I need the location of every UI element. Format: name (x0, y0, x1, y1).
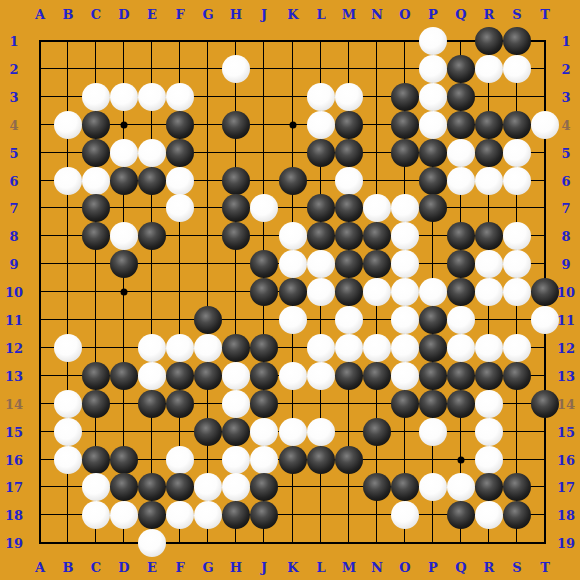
stone-white-G12 (194, 334, 222, 362)
stone-black-C14 (82, 390, 110, 418)
row-label-left-16: 16 (5, 454, 23, 467)
column-label-top-K: K (287, 8, 298, 21)
stone-black-H7 (222, 194, 250, 222)
stone-black-D16 (110, 446, 138, 474)
stone-white-J16 (250, 446, 278, 474)
stone-white-B6 (54, 167, 82, 195)
stone-black-H18 (222, 501, 250, 529)
stone-white-L12 (307, 334, 335, 362)
stone-black-R13 (475, 362, 503, 390)
column-label-bottom-A: A (35, 561, 45, 574)
stone-white-S8 (503, 222, 531, 250)
row-label-right-8: 8 (561, 230, 570, 243)
stone-white-F18 (166, 501, 194, 529)
stone-white-S6 (503, 167, 531, 195)
stone-white-J15 (250, 418, 278, 446)
stone-white-G18 (194, 501, 222, 529)
column-label-bottom-H: H (230, 561, 242, 574)
stone-black-E6 (138, 167, 166, 195)
stone-white-B15 (54, 418, 82, 446)
stone-white-R6 (475, 167, 503, 195)
stone-white-Q17 (447, 473, 475, 501)
stone-black-D13 (110, 362, 138, 390)
column-label-top-S: S (512, 8, 521, 21)
stone-black-P11 (419, 306, 447, 334)
stone-white-C17 (82, 473, 110, 501)
stone-black-C8 (82, 222, 110, 250)
stone-black-Q9 (447, 250, 475, 278)
column-label-top-R: R (484, 8, 495, 21)
stone-black-O4 (391, 111, 419, 139)
row-label-left-11: 11 (5, 314, 23, 327)
stone-black-R8 (475, 222, 503, 250)
row-label-left-1: 1 (9, 35, 18, 48)
stone-white-R2 (475, 55, 503, 83)
column-label-top-O: O (399, 8, 410, 21)
star-point-Q16 (458, 457, 465, 464)
row-label-left-7: 7 (9, 202, 18, 215)
stone-black-N9 (363, 250, 391, 278)
column-label-bottom-Q: Q (455, 561, 466, 574)
stone-black-S1 (503, 27, 531, 55)
stone-white-P15 (419, 418, 447, 446)
stone-black-S18 (503, 501, 531, 529)
row-label-right-10: 10 (557, 286, 575, 299)
stone-white-P17 (419, 473, 447, 501)
row-label-right-16: 16 (557, 454, 575, 467)
stone-black-O17 (391, 473, 419, 501)
stone-white-Q6 (447, 167, 475, 195)
stone-black-Q4 (447, 111, 475, 139)
column-label-top-B: B (63, 8, 74, 21)
stone-black-C7 (82, 194, 110, 222)
stone-black-C13 (82, 362, 110, 390)
stone-black-H8 (222, 222, 250, 250)
column-label-bottom-E: E (147, 561, 157, 574)
stone-white-E5 (138, 139, 166, 167)
row-label-left-10: 10 (5, 286, 23, 299)
stone-white-F6 (166, 167, 194, 195)
stone-white-K11 (279, 306, 307, 334)
column-label-top-F: F (175, 8, 184, 21)
stone-white-B16 (54, 446, 82, 474)
column-label-bottom-O: O (399, 561, 410, 574)
row-label-right-14: 14 (557, 398, 575, 411)
row-label-right-1: 1 (561, 35, 570, 48)
column-label-bottom-J: J (261, 561, 267, 574)
stone-black-H15 (222, 418, 250, 446)
stone-black-H6 (222, 167, 250, 195)
stone-black-J10 (250, 278, 278, 306)
stone-black-F4 (166, 111, 194, 139)
column-label-top-J: J (261, 8, 267, 21)
stone-white-P4 (419, 111, 447, 139)
star-point-D10 (121, 289, 128, 296)
stone-black-Q3 (447, 83, 475, 111)
column-label-top-D: D (118, 8, 129, 21)
column-label-bottom-F: F (175, 561, 184, 574)
stone-white-S2 (503, 55, 531, 83)
stone-black-J12 (250, 334, 278, 362)
stone-black-G15 (194, 418, 222, 446)
stone-black-C16 (82, 446, 110, 474)
stone-black-M9 (335, 250, 363, 278)
row-label-left-12: 12 (5, 342, 23, 355)
stone-black-S17 (503, 473, 531, 501)
stone-white-T4 (531, 111, 559, 139)
stone-white-M6 (335, 167, 363, 195)
stone-black-E18 (138, 501, 166, 529)
stone-black-G13 (194, 362, 222, 390)
board-vertical-line (207, 40, 208, 544)
stone-black-T10 (531, 278, 559, 306)
row-label-right-11: 11 (557, 314, 575, 327)
stone-black-P5 (419, 139, 447, 167)
stone-black-N8 (363, 222, 391, 250)
stone-black-D6 (110, 167, 138, 195)
stone-black-R4 (475, 111, 503, 139)
stone-white-H13 (222, 362, 250, 390)
row-label-right-2: 2 (561, 63, 570, 76)
row-label-right-9: 9 (561, 258, 570, 271)
row-label-right-4: 4 (561, 119, 570, 132)
stone-white-C6 (82, 167, 110, 195)
stone-white-F16 (166, 446, 194, 474)
stone-white-C18 (82, 501, 110, 529)
stone-white-C3 (82, 83, 110, 111)
row-label-left-17: 17 (5, 481, 23, 494)
stone-black-P13 (419, 362, 447, 390)
stone-black-Q2 (447, 55, 475, 83)
stone-black-J18 (250, 501, 278, 529)
stone-black-Q10 (447, 278, 475, 306)
row-label-left-15: 15 (5, 426, 23, 439)
stone-white-F7 (166, 194, 194, 222)
column-label-bottom-G: G (202, 561, 213, 574)
column-label-bottom-R: R (484, 561, 495, 574)
stone-black-K10 (279, 278, 307, 306)
stone-black-Q18 (447, 501, 475, 529)
stone-black-E14 (138, 390, 166, 418)
row-label-right-12: 12 (557, 342, 575, 355)
row-label-right-13: 13 (557, 370, 575, 383)
stone-white-M3 (335, 83, 363, 111)
stone-white-R18 (475, 501, 503, 529)
stone-white-L4 (307, 111, 335, 139)
stone-black-G11 (194, 306, 222, 334)
column-label-bottom-N: N (371, 561, 383, 574)
stone-white-R10 (475, 278, 503, 306)
column-label-top-E: E (147, 8, 157, 21)
stone-black-Q8 (447, 222, 475, 250)
stone-black-K16 (279, 446, 307, 474)
stone-white-L3 (307, 83, 335, 111)
stone-black-L7 (307, 194, 335, 222)
row-label-left-5: 5 (9, 147, 18, 160)
stone-black-E8 (138, 222, 166, 250)
row-label-left-9: 9 (9, 258, 18, 271)
stone-white-L9 (307, 250, 335, 278)
stone-black-C4 (82, 111, 110, 139)
stone-white-O18 (391, 501, 419, 529)
column-label-top-T: T (540, 8, 550, 21)
stone-white-O7 (391, 194, 419, 222)
column-label-top-N: N (371, 8, 383, 21)
row-label-left-3: 3 (9, 91, 18, 104)
stone-white-R9 (475, 250, 503, 278)
stone-white-P2 (419, 55, 447, 83)
board-vertical-line (151, 40, 152, 544)
stone-black-Q13 (447, 362, 475, 390)
stone-white-E13 (138, 362, 166, 390)
stone-white-S12 (503, 334, 531, 362)
stone-black-F17 (166, 473, 194, 501)
stone-black-F5 (166, 139, 194, 167)
stone-black-L16 (307, 446, 335, 474)
column-label-top-C: C (91, 8, 101, 21)
stone-white-O8 (391, 222, 419, 250)
stone-black-M13 (335, 362, 363, 390)
row-label-right-5: 5 (561, 147, 570, 160)
stone-black-P12 (419, 334, 447, 362)
stone-black-N17 (363, 473, 391, 501)
stone-white-O9 (391, 250, 419, 278)
column-label-bottom-D: D (118, 561, 129, 574)
stone-black-P6 (419, 167, 447, 195)
stone-white-R16 (475, 446, 503, 474)
column-label-top-G: G (202, 8, 213, 21)
stone-white-T11 (531, 306, 559, 334)
row-label-left-19: 19 (5, 537, 23, 550)
stone-white-H17 (222, 473, 250, 501)
stone-white-M12 (335, 334, 363, 362)
row-label-right-7: 7 (561, 202, 570, 215)
stone-white-K9 (279, 250, 307, 278)
stone-black-M5 (335, 139, 363, 167)
column-label-top-H: H (230, 8, 242, 21)
stone-black-R5 (475, 139, 503, 167)
stone-black-K6 (279, 167, 307, 195)
stone-white-R15 (475, 418, 503, 446)
stone-white-L15 (307, 418, 335, 446)
stone-white-D5 (110, 139, 138, 167)
stone-white-E19 (138, 529, 166, 557)
stone-black-E17 (138, 473, 166, 501)
row-label-right-6: 6 (561, 175, 570, 188)
stone-black-M8 (335, 222, 363, 250)
stone-white-P10 (419, 278, 447, 306)
row-label-right-19: 19 (557, 537, 575, 550)
stone-black-D9 (110, 250, 138, 278)
stone-black-P14 (419, 390, 447, 418)
star-point-D4 (121, 122, 128, 129)
row-label-left-13: 13 (5, 370, 23, 383)
column-label-top-M: M (342, 8, 356, 21)
board-horizontal-line (39, 542, 546, 544)
stone-white-E12 (138, 334, 166, 362)
stone-black-S4 (503, 111, 531, 139)
stone-white-O10 (391, 278, 419, 306)
stone-black-O3 (391, 83, 419, 111)
stone-white-O12 (391, 334, 419, 362)
stone-white-R14 (475, 390, 503, 418)
column-label-bottom-T: T (540, 561, 550, 574)
column-label-top-A: A (35, 8, 45, 21)
stone-white-N10 (363, 278, 391, 306)
stone-black-J17 (250, 473, 278, 501)
column-label-bottom-L: L (316, 561, 325, 574)
column-label-top-P: P (428, 8, 438, 21)
stone-black-O5 (391, 139, 419, 167)
stone-white-O11 (391, 306, 419, 334)
stone-white-Q5 (447, 139, 475, 167)
stone-black-J13 (250, 362, 278, 390)
stone-white-H14 (222, 390, 250, 418)
stone-white-S9 (503, 250, 531, 278)
stone-white-R12 (475, 334, 503, 362)
go-board[interactable]: AABBCCDDEEFFGGHHJJKKLLMMNNOOPPQQRRSSTT11… (0, 0, 580, 580)
row-label-left-4: 4 (9, 119, 18, 132)
row-label-right-3: 3 (561, 91, 570, 104)
stone-white-G17 (194, 473, 222, 501)
column-label-bottom-S: S (512, 561, 521, 574)
stone-black-L8 (307, 222, 335, 250)
column-label-top-L: L (316, 8, 325, 21)
stone-black-F14 (166, 390, 194, 418)
column-label-bottom-C: C (91, 561, 101, 574)
stone-white-D18 (110, 501, 138, 529)
stone-black-M4 (335, 111, 363, 139)
stone-white-F3 (166, 83, 194, 111)
row-label-left-6: 6 (9, 175, 18, 188)
column-label-bottom-B: B (63, 561, 74, 574)
board-vertical-line (39, 40, 41, 544)
stone-white-S5 (503, 139, 531, 167)
row-label-right-15: 15 (557, 426, 575, 439)
stone-white-B12 (54, 334, 82, 362)
stone-white-Q12 (447, 334, 475, 362)
stone-white-S10 (503, 278, 531, 306)
stone-white-K8 (279, 222, 307, 250)
stone-black-N13 (363, 362, 391, 390)
stone-black-M7 (335, 194, 363, 222)
stone-white-N7 (363, 194, 391, 222)
stone-black-O14 (391, 390, 419, 418)
stone-black-H12 (222, 334, 250, 362)
stone-black-T14 (531, 390, 559, 418)
stone-black-R1 (475, 27, 503, 55)
column-label-bottom-K: K (287, 561, 298, 574)
stone-white-H2 (222, 55, 250, 83)
stone-black-S13 (503, 362, 531, 390)
stone-black-M10 (335, 278, 363, 306)
stone-black-R17 (475, 473, 503, 501)
star-point-K4 (290, 122, 297, 129)
stone-black-L5 (307, 139, 335, 167)
stone-white-M11 (335, 306, 363, 334)
stone-black-M16 (335, 446, 363, 474)
stone-white-J7 (250, 194, 278, 222)
stone-white-D3 (110, 83, 138, 111)
stone-white-K15 (279, 418, 307, 446)
stone-black-J14 (250, 390, 278, 418)
stone-black-N15 (363, 418, 391, 446)
stone-white-B4 (54, 111, 82, 139)
stone-white-O13 (391, 362, 419, 390)
stone-white-Q11 (447, 306, 475, 334)
row-label-left-8: 8 (9, 230, 18, 243)
row-label-left-14: 14 (5, 398, 23, 411)
stone-white-K13 (279, 362, 307, 390)
column-label-bottom-M: M (342, 561, 356, 574)
row-label-left-2: 2 (9, 63, 18, 76)
column-label-bottom-P: P (428, 561, 438, 574)
stone-black-D17 (110, 473, 138, 501)
stone-white-N12 (363, 334, 391, 362)
stone-white-E3 (138, 83, 166, 111)
stone-black-F13 (166, 362, 194, 390)
stone-black-C5 (82, 139, 110, 167)
stone-black-H4 (222, 111, 250, 139)
stone-white-D8 (110, 222, 138, 250)
stone-white-H16 (222, 446, 250, 474)
stone-white-F12 (166, 334, 194, 362)
column-label-top-Q: Q (455, 8, 466, 21)
stone-white-B14 (54, 390, 82, 418)
stone-white-L13 (307, 362, 335, 390)
stone-white-P3 (419, 83, 447, 111)
row-label-right-18: 18 (557, 509, 575, 522)
stone-white-L10 (307, 278, 335, 306)
row-label-right-17: 17 (557, 481, 575, 494)
stone-white-P1 (419, 27, 447, 55)
stone-black-Q14 (447, 390, 475, 418)
row-label-left-18: 18 (5, 509, 23, 522)
stone-black-P7 (419, 194, 447, 222)
stone-black-J9 (250, 250, 278, 278)
